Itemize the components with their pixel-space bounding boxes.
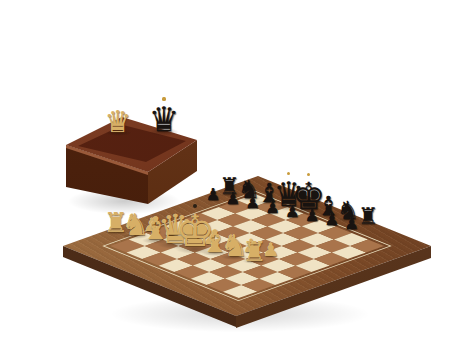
piece-shadow (226, 202, 241, 206)
piece-shadow (242, 258, 266, 264)
pieces-layer: ♜♞♝♛♚♝♞♜♟♟♟♟♟♟♟♟♟♟♟♟♟♟♟♟♜♞♝♛♚♝♞♜♛♛ (0, 0, 450, 338)
piece-shadow (163, 233, 180, 237)
piece-shadow (358, 221, 379, 226)
piece-shadow (223, 246, 240, 250)
piece-shadow (325, 223, 340, 227)
piece-shadow (317, 212, 341, 218)
piece-shadow (219, 192, 240, 197)
piece-shadow (337, 217, 360, 223)
finial-dot (307, 173, 310, 176)
piece-shadow (149, 128, 180, 135)
piece-shadow (305, 219, 320, 223)
chess-set-photo: ♜♞♝♛♚♝♞♜♟♟♟♟♟♟♟♟♟♟♟♟♟♟♟♟♜♞♝♛♚♝♞♜♛♛ (0, 0, 450, 338)
piece-shadow (105, 130, 132, 137)
finial-dot (287, 172, 290, 175)
finial-dot (162, 97, 165, 100)
piece-shadow (262, 254, 279, 258)
piece-shadow (243, 250, 260, 254)
piece-shadow (144, 229, 161, 233)
piece-shadow (265, 210, 280, 214)
piece-shadow (344, 227, 359, 231)
finial-dot (193, 204, 197, 208)
piece-shadow (206, 198, 221, 202)
piece-shadow (285, 215, 300, 219)
piece-shadow (245, 206, 260, 210)
piece-shadow (124, 225, 141, 229)
